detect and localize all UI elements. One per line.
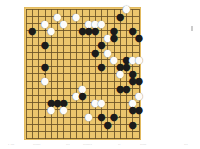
stone-white: ● — [85, 113, 92, 120]
stone-white: ● — [60, 20, 67, 27]
stone-black: ● — [136, 34, 143, 41]
stone-white: ● — [48, 27, 55, 34]
footer-item[interactable]: ··· — [184, 142, 188, 147]
stone-white: ● — [48, 106, 55, 113]
footer-item[interactable]: ······ — [33, 142, 41, 147]
stone-black: ● — [92, 27, 99, 34]
stone-black: ● — [98, 63, 105, 70]
stone-black: ● — [117, 13, 124, 20]
stone-black: ● — [104, 121, 111, 128]
grid-line-horizontal — [26, 131, 139, 132]
grid-line-vertical — [126, 9, 127, 139]
stone-white: ● — [41, 77, 48, 84]
stone-black: ● — [110, 34, 117, 41]
stone-black: ● — [41, 41, 48, 48]
stone-black: ● — [29, 27, 36, 34]
stone-black: ● — [136, 106, 143, 113]
grid-line-horizontal — [26, 102, 139, 103]
stone-white: ● — [73, 13, 80, 20]
stone-black: ● — [123, 85, 130, 92]
stone-white: ● — [98, 99, 105, 106]
star-point — [44, 73, 46, 75]
stone-black: ● — [136, 77, 143, 84]
grid-line-horizontal — [26, 109, 139, 110]
star-point — [44, 116, 46, 118]
footer-item[interactable]: ·· — [118, 142, 121, 147]
stone-white: ● — [60, 106, 67, 113]
stone-white: ● — [136, 56, 143, 63]
footer-item[interactable]: · ··· — [8, 142, 14, 147]
grid-line-horizontal — [26, 138, 139, 139]
footer-item[interactable]: ··· — [66, 142, 70, 147]
footer-item[interactable]: ····· — [140, 142, 146, 147]
footer-toolbar: · ····························· — [0, 141, 200, 149]
stone-black: ● — [129, 121, 136, 128]
stone-black: ● — [79, 92, 86, 99]
go-board[interactable]: ●●●●●●●●●●●●●●●●●●●●●●●●●●●●●●●●●●●●●●●●… — [24, 7, 141, 140]
right-edge-mark — [191, 26, 193, 31]
stone-white: ● — [123, 5, 130, 12]
grid-line-vertical — [139, 9, 140, 139]
stone-black: ● — [41, 63, 48, 70]
stone-white: ● — [117, 70, 124, 77]
stone-black: ● — [92, 49, 99, 56]
star-point — [119, 116, 121, 118]
footer-item[interactable]: ······· — [83, 142, 92, 147]
grid-line-horizontal — [26, 124, 139, 125]
